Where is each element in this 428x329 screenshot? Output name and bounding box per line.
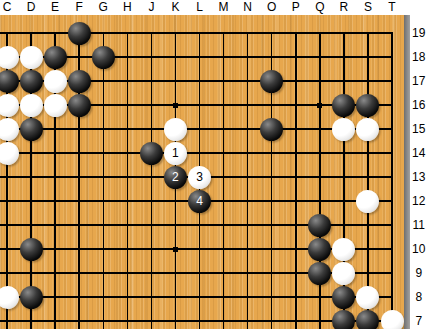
stone-black-G18 (92, 46, 115, 69)
grid-hline-14 (0, 152, 393, 154)
stone-white-D16 (20, 94, 43, 117)
grid-vline-T (391, 32, 393, 329)
stone-white-C14 (0, 142, 19, 165)
column-label-C: C (3, 0, 12, 15)
row-label-10: 10 (410, 242, 428, 256)
grid-vline-H (127, 32, 129, 329)
stone-white-E16 (44, 94, 67, 117)
stone-black-D8 (20, 286, 43, 309)
column-label-T: T (388, 0, 395, 15)
stone-black-D17 (20, 70, 43, 93)
grid-hline-11 (0, 224, 393, 226)
column-label-M: M (219, 0, 229, 15)
stone-black-D15 (20, 118, 43, 141)
column-label-O: O (267, 0, 276, 15)
star-point-K10 (173, 247, 178, 252)
row-label-16: 16 (410, 98, 428, 112)
grid-vline-G (103, 32, 105, 329)
stone-black-F17 (68, 70, 91, 93)
stone-black-J14 (140, 142, 163, 165)
stone-black-R7 (332, 310, 355, 329)
stone-black-C17 (0, 70, 19, 93)
column-label-D: D (27, 0, 36, 15)
row-label-17: 17 (410, 74, 428, 88)
stone-white-K14: 1 (164, 142, 187, 165)
stone-white-S15 (356, 118, 379, 141)
stone-black-K13: 2 (164, 166, 187, 189)
stone-black-S7 (356, 310, 379, 329)
column-label-F: F (76, 0, 83, 15)
row-label-11: 11 (410, 218, 428, 232)
column-label-H: H (123, 0, 132, 15)
grid-vline-M (223, 32, 225, 329)
column-label-J: J (148, 0, 154, 15)
row-label-13: 13 (410, 170, 428, 184)
column-label-Q: Q (315, 0, 324, 15)
stone-white-R15 (332, 118, 355, 141)
column-label-S: S (364, 0, 372, 15)
stone-black-E18 (44, 46, 67, 69)
column-label-K: K (171, 0, 179, 15)
stone-white-L13: 3 (188, 166, 211, 189)
row-label-9: 9 (410, 266, 428, 280)
stone-black-L12: 4 (188, 190, 211, 213)
star-point-K16 (173, 103, 178, 108)
column-label-L: L (196, 0, 203, 15)
grid-vline-S (367, 32, 369, 329)
stone-white-E17 (44, 70, 67, 93)
stone-black-O17 (260, 70, 283, 93)
star-point-Q16 (317, 103, 322, 108)
stone-white-K15 (164, 118, 187, 141)
column-label-G: G (99, 0, 108, 15)
stone-white-C16 (0, 94, 19, 117)
stone-black-F19 (68, 22, 91, 45)
row-label-8: 8 (410, 290, 428, 304)
stone-white-S12 (356, 190, 379, 213)
stone-black-Q9 (308, 262, 331, 285)
move-number-label: 2 (172, 171, 179, 183)
grid-vline-J (151, 32, 153, 329)
stone-white-T7 (381, 310, 404, 329)
stone-black-R8 (332, 286, 355, 309)
stone-white-C15 (0, 118, 19, 141)
stone-white-C18 (0, 46, 19, 69)
stone-white-R9 (332, 262, 355, 285)
stone-white-C8 (0, 286, 19, 309)
stone-white-D18 (20, 46, 43, 69)
stone-white-S8 (356, 286, 379, 309)
move-number-label: 1 (172, 147, 179, 159)
stone-black-Q11 (308, 214, 331, 237)
stone-black-F16 (68, 94, 91, 117)
column-label-P: P (292, 0, 300, 15)
column-labels-strip: CDEFGHJKLMNOPQRST (0, 0, 428, 15)
row-labels-strip: 19181716151413121110987 (410, 0, 428, 329)
column-label-R: R (340, 0, 349, 15)
row-label-14: 14 (410, 146, 428, 160)
grid-hline-19 (0, 32, 393, 34)
column-label-N: N (243, 0, 252, 15)
column-label-E: E (51, 0, 59, 15)
stone-black-D10 (20, 238, 43, 261)
go-board[interactable]: 2413 (0, 15, 404, 329)
row-label-19: 19 (410, 26, 428, 40)
row-label-15: 15 (410, 122, 428, 136)
move-number-label: 4 (196, 195, 203, 207)
row-label-18: 18 (410, 50, 428, 64)
grid-vline-N (247, 32, 249, 329)
row-label-12: 12 (410, 194, 428, 208)
stone-black-O15 (260, 118, 283, 141)
stone-black-Q10 (308, 238, 331, 261)
stone-white-R10 (332, 238, 355, 261)
stone-black-R16 (332, 94, 355, 117)
move-number-label: 3 (196, 171, 203, 183)
stone-black-S16 (356, 94, 379, 117)
go-diagram: 2413 CDEFGHJKLMNOPQRST 19181716151413121… (0, 0, 428, 329)
grid-vline-P (295, 32, 297, 329)
row-label-7: 7 (410, 314, 428, 328)
